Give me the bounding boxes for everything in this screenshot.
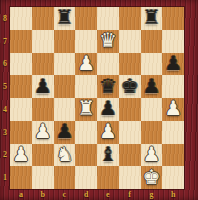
square-a1[interactable]: [10, 166, 32, 189]
file-label-b: b: [40, 190, 44, 199]
rank-label-2: 2: [3, 150, 7, 159]
square-g2[interactable]: ♟: [141, 144, 163, 167]
rank-label-6: 6: [3, 59, 7, 68]
square-d4[interactable]: ♜: [75, 98, 97, 121]
square-g1[interactable]: ♚: [141, 166, 163, 189]
square-g5[interactable]: ♟: [141, 75, 163, 98]
piece-white-pawn[interactable]: ♟: [142, 144, 160, 164]
chess-board-frame: ♜♜♛♟♟♟♛♚♟♜♟♟♟♟♟♟♞♝♟♚ 87654321 abcdefgh: [0, 0, 198, 200]
square-d6[interactable]: ♟: [75, 53, 97, 76]
square-e8[interactable]: [97, 7, 119, 30]
piece-black-queen[interactable]: ♛: [99, 76, 117, 96]
rank-label-4: 4: [3, 105, 7, 114]
rank-label-8: 8: [3, 14, 7, 23]
square-e7[interactable]: ♛: [97, 30, 119, 53]
square-a8[interactable]: [10, 7, 32, 30]
square-a7[interactable]: [10, 30, 32, 53]
square-c7[interactable]: [54, 30, 76, 53]
square-d7[interactable]: [75, 30, 97, 53]
square-f1[interactable]: [119, 166, 141, 189]
piece-black-rook[interactable]: ♜: [55, 7, 73, 27]
square-e5[interactable]: ♛: [97, 75, 119, 98]
square-h6[interactable]: ♟: [162, 53, 184, 76]
square-b6[interactable]: [32, 53, 54, 76]
square-f8[interactable]: [119, 7, 141, 30]
piece-black-bishop[interactable]: ♝: [99, 144, 117, 164]
square-b5[interactable]: ♟: [32, 75, 54, 98]
square-f7[interactable]: [119, 30, 141, 53]
square-b2[interactable]: [32, 144, 54, 167]
square-h4[interactable]: ♟: [162, 98, 184, 121]
square-e6[interactable]: [97, 53, 119, 76]
rank-label-5: 5: [3, 82, 7, 91]
piece-white-pawn[interactable]: ♟: [164, 98, 182, 118]
square-g7[interactable]: [141, 30, 163, 53]
piece-white-pawn[interactable]: ♟: [12, 144, 30, 164]
square-b3[interactable]: ♟: [32, 121, 54, 144]
square-c2[interactable]: ♞: [54, 144, 76, 167]
square-a5[interactable]: [10, 75, 32, 98]
piece-black-king[interactable]: ♚: [121, 76, 139, 96]
piece-white-pawn[interactable]: ♟: [77, 53, 95, 73]
square-e1[interactable]: [97, 166, 119, 189]
square-h8[interactable]: [162, 7, 184, 30]
piece-white-knight[interactable]: ♞: [55, 144, 73, 164]
square-d1[interactable]: [75, 166, 97, 189]
piece-black-pawn[interactable]: ♟: [99, 98, 117, 118]
piece-black-pawn[interactable]: ♟: [55, 121, 73, 141]
file-label-c: c: [63, 190, 67, 199]
square-c4[interactable]: [54, 98, 76, 121]
file-label-h: h: [171, 190, 175, 199]
rank-label-3: 3: [3, 128, 7, 137]
square-d3[interactable]: [75, 121, 97, 144]
rank-label-1: 1: [3, 173, 7, 182]
square-g6[interactable]: [141, 53, 163, 76]
piece-white-king[interactable]: ♚: [142, 167, 160, 187]
square-e2[interactable]: ♝: [97, 144, 119, 167]
square-f2[interactable]: [119, 144, 141, 167]
piece-black-pawn[interactable]: ♟: [142, 76, 160, 96]
file-labels: abcdefgh: [10, 188, 184, 200]
square-c1[interactable]: [54, 166, 76, 189]
square-c5[interactable]: [54, 75, 76, 98]
square-c3[interactable]: ♟: [54, 121, 76, 144]
square-b8[interactable]: [32, 7, 54, 30]
file-label-a: a: [19, 190, 23, 199]
square-g8[interactable]: ♜: [141, 7, 163, 30]
piece-white-queen[interactable]: ♛: [99, 30, 117, 50]
square-f5[interactable]: ♚: [119, 75, 141, 98]
square-a6[interactable]: [10, 53, 32, 76]
file-label-f: f: [128, 190, 131, 199]
square-h1[interactable]: [162, 166, 184, 189]
square-c8[interactable]: ♜: [54, 7, 76, 30]
square-d8[interactable]: [75, 7, 97, 30]
piece-black-pawn[interactable]: ♟: [34, 76, 52, 96]
chess-board: ♜♜♛♟♟♟♛♚♟♜♟♟♟♟♟♟♞♝♟♚: [10, 7, 184, 189]
square-g3[interactable]: [141, 121, 163, 144]
file-label-e: e: [106, 190, 110, 199]
square-h5[interactable]: [162, 75, 184, 98]
square-d2[interactable]: [75, 144, 97, 167]
file-label-d: d: [84, 190, 88, 199]
square-h3[interactable]: [162, 121, 184, 144]
square-f3[interactable]: [119, 121, 141, 144]
square-b7[interactable]: [32, 30, 54, 53]
square-e3[interactable]: ♟: [97, 121, 119, 144]
rank-label-7: 7: [3, 37, 7, 46]
square-b1[interactable]: [32, 166, 54, 189]
rank-labels: 87654321: [0, 7, 10, 189]
piece-white-pawn[interactable]: ♟: [99, 121, 117, 141]
square-a3[interactable]: [10, 121, 32, 144]
square-h7[interactable]: [162, 30, 184, 53]
square-g4[interactable]: [141, 98, 163, 121]
piece-black-rook[interactable]: ♜: [142, 7, 160, 27]
square-a2[interactable]: ♟: [10, 144, 32, 167]
square-f6[interactable]: [119, 53, 141, 76]
square-h2[interactable]: [162, 144, 184, 167]
piece-black-pawn[interactable]: ♟: [164, 53, 182, 73]
piece-white-pawn[interactable]: ♟: [34, 121, 52, 141]
square-a4[interactable]: [10, 98, 32, 121]
square-e4[interactable]: ♟: [97, 98, 119, 121]
piece-white-rook[interactable]: ♜: [77, 98, 95, 118]
square-b4[interactable]: [32, 98, 54, 121]
file-label-g: g: [149, 190, 153, 199]
square-c6[interactable]: [54, 53, 76, 76]
square-d5[interactable]: [75, 75, 97, 98]
square-f4[interactable]: [119, 98, 141, 121]
